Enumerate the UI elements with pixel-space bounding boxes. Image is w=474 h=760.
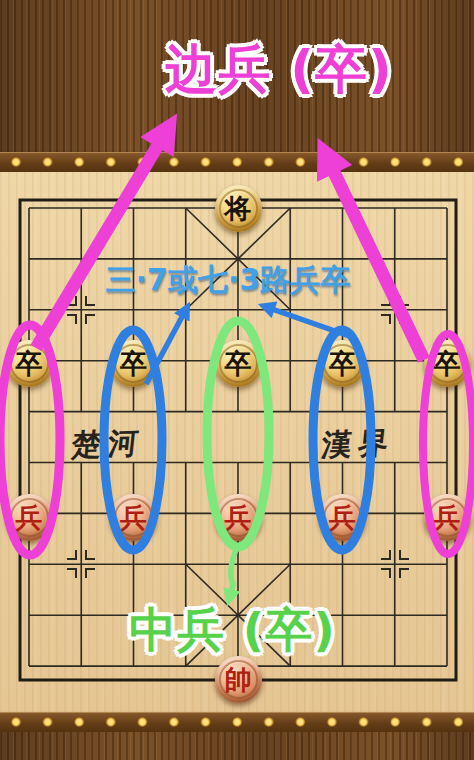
piece-兵[interactable]: 兵 (319, 494, 366, 541)
piece-帥[interactable]: 帥 (215, 656, 262, 703)
piece-glyph: 兵 (120, 504, 147, 531)
xiangqi-tutorial-screen: 楚河 漢界 将卒卒卒卒卒兵兵兵兵兵帥 边兵 (卒) 三·7或七·3路兵卒 中兵 … (0, 0, 474, 760)
piece-glyph: 兵 (329, 504, 356, 531)
piece-glyph: 卒 (16, 350, 43, 377)
piece-卒[interactable]: 卒 (110, 340, 157, 387)
piece-glyph: 卒 (434, 350, 461, 377)
piece-卒[interactable]: 卒 (424, 340, 471, 387)
piece-glyph: 兵 (225, 504, 252, 531)
piece-卒[interactable]: 卒 (319, 340, 366, 387)
piece-将[interactable]: 将 (215, 185, 262, 232)
piece-兵[interactable]: 兵 (110, 494, 157, 541)
piece-兵[interactable]: 兵 (6, 494, 53, 541)
piece-卒[interactable]: 卒 (215, 340, 262, 387)
label-center-pawn: 中兵 (卒) (65, 603, 400, 657)
piece-glyph: 卒 (329, 350, 356, 377)
piece-glyph: 卒 (120, 350, 147, 377)
piece-卒[interactable]: 卒 (6, 340, 53, 387)
piece-glyph: 兵 (16, 504, 43, 531)
piece-glyph: 卒 (225, 350, 252, 377)
piece-glyph: 兵 (434, 504, 461, 531)
piece-glyph: 将 (225, 195, 252, 222)
piece-glyph: 帥 (225, 666, 252, 693)
piece-兵[interactable]: 兵 (215, 494, 262, 541)
note-third-seventh-pawn-label: 三·7或七·3路兵卒 (58, 263, 398, 298)
title-edge-pawn-label: 边兵 (卒) (134, 40, 424, 100)
piece-兵[interactable]: 兵 (424, 494, 471, 541)
